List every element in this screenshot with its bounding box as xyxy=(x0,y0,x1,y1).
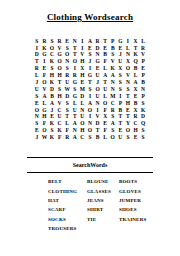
grid-cell: C xyxy=(109,100,117,107)
word-item: HAT xyxy=(48,198,87,203)
grid-cell: L xyxy=(101,93,109,100)
grid-cell: L xyxy=(101,134,109,141)
grid-cell: R xyxy=(63,134,71,141)
grid-cell: S xyxy=(48,38,56,45)
grid-cell: L xyxy=(139,38,147,45)
grid-cell: N xyxy=(94,100,102,107)
word-item: SHIRT xyxy=(87,207,119,212)
word-item: BLOUSE xyxy=(87,179,119,184)
grid-cell: G xyxy=(71,93,79,100)
grid-cell: S xyxy=(139,100,147,107)
grid-cell: P xyxy=(139,93,147,100)
puzzle-grid: SRSRENIARTPGIXLIKOVSTIEDEBELTRDGCGOTVSNB… xyxy=(33,38,147,141)
grid-cell: R xyxy=(94,38,102,45)
grid-cell: W xyxy=(41,134,49,141)
grid-cell: S xyxy=(139,134,147,141)
grid-cell: H xyxy=(56,93,64,100)
word-item: SCARF xyxy=(48,207,87,212)
grid-cell: B xyxy=(94,134,102,141)
search-words-list: BELTBLOUSEBOOTSCLOTHINGGLASSESGLOVESHATJ… xyxy=(27,177,153,233)
grid-cell: O xyxy=(109,134,117,141)
word-item: JUMPER xyxy=(119,198,153,203)
grid-cell: T xyxy=(101,38,109,45)
grid-cell: M xyxy=(109,93,117,100)
word-item: SHOES xyxy=(119,207,153,212)
grid-cell: D xyxy=(79,93,87,100)
word-item: JEANS xyxy=(87,198,119,203)
grid-cell: S xyxy=(33,93,41,100)
word-item: BOOTS xyxy=(119,179,153,184)
grid-cell: X xyxy=(132,38,140,45)
grid-cell: E xyxy=(63,38,71,45)
grid-cell: V xyxy=(56,100,64,107)
grid-cell: P xyxy=(109,38,117,45)
search-words-table: SearchWords BELTBLOUSEBOOTSCLOTHINGGLASS… xyxy=(27,157,153,233)
word-item: SOCKS xyxy=(48,217,87,222)
grid-cell: N xyxy=(71,38,79,45)
grid-cell: I xyxy=(124,38,132,45)
grid-cell: O xyxy=(101,100,109,107)
grid-cell: S xyxy=(63,100,71,107)
grid-cell: K xyxy=(48,134,56,141)
grid-cell: L xyxy=(71,100,79,107)
grid-cell: I xyxy=(86,93,94,100)
search-words-header: SearchWords xyxy=(27,157,153,173)
grid-cell: S xyxy=(86,134,94,141)
word-item: CLOTHING xyxy=(48,189,87,194)
word-item: BELT xyxy=(48,179,87,184)
grid-cell: A xyxy=(86,38,94,45)
grid-cell: D xyxy=(63,93,71,100)
grid-cell: C xyxy=(79,134,87,141)
word-item: TROUSERS xyxy=(48,226,87,231)
grid-cell: U xyxy=(117,134,125,141)
grid-cell: L xyxy=(41,100,49,107)
grid-cell: S xyxy=(124,134,132,141)
grid-cell: A xyxy=(41,93,49,100)
grid-cell: B xyxy=(48,93,56,100)
grid-cell: L xyxy=(79,100,87,107)
grid-cell: U xyxy=(94,93,102,100)
grid-cell: S xyxy=(33,38,41,45)
grid-cell: I xyxy=(79,38,87,45)
grid-cell: F xyxy=(56,134,64,141)
grid-cell: A xyxy=(86,100,94,107)
grid-cell: E xyxy=(132,93,140,100)
word-item: GLOVES xyxy=(119,189,153,194)
grid-cell: H xyxy=(124,100,132,107)
grid-cell: J xyxy=(33,134,41,141)
grid-cell: I xyxy=(117,93,125,100)
grid-cell: E xyxy=(33,100,41,107)
grid-cell: T xyxy=(124,93,132,100)
grid-cell: R xyxy=(41,38,49,45)
grid-cell: B xyxy=(132,100,140,107)
page-title: Clothing Wordsearch xyxy=(0,12,180,22)
word-item: TIE xyxy=(87,217,119,222)
grid-cell: A xyxy=(48,100,56,107)
grid-cell: E xyxy=(132,134,140,141)
word-item: GLASSES xyxy=(87,189,119,194)
grid-cell: A xyxy=(71,134,79,141)
word-item: TRAINERS xyxy=(119,217,153,222)
grid-cell: G xyxy=(117,38,125,45)
grid-cell: R xyxy=(56,38,64,45)
grid-cell: P xyxy=(117,100,125,107)
